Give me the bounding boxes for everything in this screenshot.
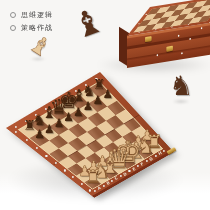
- metal-inlay-dot: [138, 32, 140, 33]
- metal-inlay-dot: [201, 27, 203, 29]
- product-photo: 思维逻辑 策略作战 ♝♝♞ ABCDEFGH♜♞♝♛♚♝♞♜♟♟♟♟♟♟: [0, 0, 210, 210]
- metal-inlay-dot: [178, 35, 180, 37]
- metal-inlay-dot: [189, 38, 191, 40]
- label-text: 思维逻辑: [21, 10, 53, 20]
- label-text: 策略作战: [21, 23, 53, 33]
- marketing-labels: 思维逻辑 策略作战: [10, 8, 53, 34]
- loose-piece-dark-bishop: ♝: [68, 2, 108, 44]
- marketing-label: 思维逻辑: [10, 8, 53, 21]
- metal-inlay-dot: [187, 24, 189, 25]
- marketing-label: 策略作战: [10, 21, 53, 34]
- circle-bullet-icon: [10, 25, 16, 31]
- metal-inlay-dot: [171, 26, 173, 27]
- metal-inlay-dot: [157, 54, 159, 56]
- metal-inlay-dot: [181, 52, 183, 54]
- circle-bullet-icon: [10, 12, 16, 18]
- loose-piece-dark-knight: ♞: [169, 72, 193, 99]
- brass-clasp-icon: [166, 46, 173, 52]
- loose-piece-light-bishop: ♝: [25, 30, 56, 62]
- metal-inlay-dot: [154, 29, 156, 30]
- brass-clasp-icon: [145, 36, 152, 42]
